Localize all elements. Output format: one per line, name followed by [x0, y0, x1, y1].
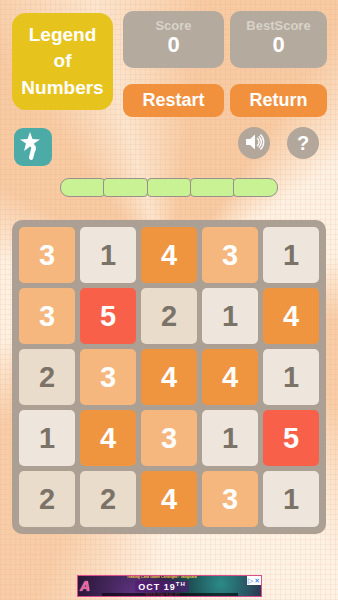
tile-r4c1[interactable]: 1 — [19, 410, 75, 466]
score-box: Score 0 — [123, 11, 224, 68]
tile-r2c4[interactable]: 1 — [202, 288, 258, 344]
score-label: Score — [123, 18, 224, 33]
game-screen: Legend of Numbers Score 0 BestScore 0 Re… — [0, 0, 338, 600]
tile-r1c3[interactable]: 4 — [141, 227, 197, 283]
tile-r3c1[interactable]: 2 — [19, 349, 75, 405]
tile-r4c3[interactable]: 3 — [141, 410, 197, 466]
tile-r2c5[interactable]: 4 — [263, 288, 319, 344]
magic-wand-icon — [18, 131, 48, 164]
game-logo-line3: Numbers — [21, 75, 103, 102]
ad-date-suffix: TH — [176, 581, 186, 587]
magic-wand-button[interactable] — [14, 128, 52, 166]
game-logo-line1: Legend — [29, 22, 97, 49]
tile-r3c3[interactable]: 4 — [141, 349, 197, 405]
ad-logo: A — [80, 579, 90, 593]
best-score-box: BestScore 0 — [230, 11, 327, 68]
speaker-icon — [243, 131, 265, 156]
tile-r3c2[interactable]: 3 — [80, 349, 136, 405]
game-logo-line2: of — [54, 48, 72, 75]
tile-r2c3[interactable]: 2 — [141, 288, 197, 344]
tile-r2c1[interactable]: 3 — [19, 288, 75, 344]
sound-button[interactable] — [238, 127, 270, 159]
progress-segment-1 — [60, 178, 105, 197]
tile-r5c3[interactable]: 4 — [141, 471, 197, 527]
tile-r5c2[interactable]: 2 — [80, 471, 136, 527]
progress-segment-2 — [103, 178, 148, 197]
ad-topline: Trading Card Game Cardfight!! Vanguard — [127, 575, 197, 578]
tile-r3c4[interactable]: 4 — [202, 349, 258, 405]
tile-r4c4[interactable]: 1 — [202, 410, 258, 466]
ad-date-main: OCT 19 — [138, 582, 176, 592]
tile-r5c1[interactable]: 2 — [19, 471, 75, 527]
tile-r1c5[interactable]: 1 — [263, 227, 319, 283]
best-score-value: 0 — [230, 33, 327, 57]
ad-banner[interactable]: A Trading Card Game Cardfight!! Vanguard… — [77, 575, 262, 597]
tile-r2c2[interactable]: 5 — [80, 288, 136, 344]
best-score-label: BestScore — [230, 18, 327, 33]
ad-date: OCT 19TH — [135, 581, 189, 592]
tile-r4c5[interactable]: 5 — [263, 410, 319, 466]
return-button[interactable]: Return — [230, 84, 327, 117]
help-button[interactable]: ? — [287, 127, 319, 159]
tile-r1c4[interactable]: 3 — [202, 227, 258, 283]
tile-r4c2[interactable]: 4 — [80, 410, 136, 466]
tile-r5c4[interactable]: 3 — [202, 471, 258, 527]
progress-segment-4 — [190, 178, 235, 197]
ad-close-icon[interactable]: ✕ — [254, 577, 260, 584]
progress-segment-3 — [147, 178, 192, 197]
ad-fineprint-strip — [102, 593, 238, 596]
tile-r3c5[interactable]: 1 — [263, 349, 319, 405]
tile-r1c2[interactable]: 1 — [80, 227, 136, 283]
progress-bar — [60, 178, 278, 197]
adchoices-icon[interactable]: ▷ — [248, 577, 253, 584]
restart-button[interactable]: Restart — [123, 84, 224, 117]
tile-r5c5[interactable]: 1 — [263, 471, 319, 527]
game-logo: Legend of Numbers — [12, 13, 113, 110]
progress-segment-5 — [233, 178, 278, 197]
score-value: 0 — [123, 33, 224, 57]
adchoices-control[interactable]: ▷ ✕ — [247, 576, 261, 585]
tile-r1c1[interactable]: 3 — [19, 227, 75, 283]
board-grid[interactable]: 3143135214234411431522431 — [12, 220, 326, 534]
